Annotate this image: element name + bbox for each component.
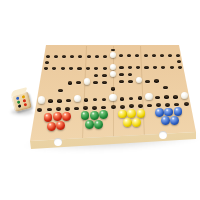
ball-red[interactable] (53, 112, 62, 121)
ball-green[interactable] (99, 110, 108, 119)
barricade-white[interactable] (181, 92, 188, 99)
board-hole (84, 98, 89, 102)
board-hole (101, 106, 106, 110)
die-pip (22, 95, 26, 99)
board-hole (77, 67, 81, 70)
board-hole (92, 106, 97, 110)
board-hole (128, 66, 132, 69)
board-hole (155, 96, 160, 100)
board-hole (164, 95, 169, 99)
board-hole (119, 66, 123, 69)
ball-yellow[interactable] (137, 109, 146, 118)
die-pip (18, 105, 22, 109)
board-hole (128, 73, 132, 76)
board-hole (129, 97, 134, 101)
board-hole (119, 54, 123, 57)
board-hole (152, 54, 156, 57)
ball-yellow[interactable] (118, 110, 127, 119)
board-hole (128, 80, 133, 83)
ball-blue[interactable] (164, 108, 173, 117)
board-hole (74, 107, 79, 111)
board-hole (111, 87, 116, 91)
barricade-white[interactable] (38, 96, 45, 103)
board-hole (165, 103, 170, 107)
barricade-white[interactable] (110, 64, 116, 70)
ball-yellow[interactable] (127, 109, 136, 118)
board-hole (127, 54, 131, 57)
board-hole (138, 96, 143, 100)
board-hole (119, 80, 124, 83)
board-hole (65, 107, 70, 111)
board-hole (119, 73, 123, 76)
board-hole (173, 95, 178, 99)
board-hole (102, 81, 107, 84)
board-hole (58, 89, 63, 93)
barricade-white[interactable] (109, 94, 116, 101)
ball-red[interactable] (62, 112, 71, 121)
ball-blue[interactable] (174, 107, 183, 116)
board-hole (154, 79, 159, 82)
board-hole (170, 66, 174, 69)
barricade-white[interactable] (84, 78, 91, 85)
board-hole (120, 97, 125, 101)
board-hole (174, 103, 179, 107)
board-hole (111, 105, 116, 109)
board-hole (120, 105, 125, 109)
board-hole (78, 55, 82, 58)
board-hole (129, 104, 134, 108)
board-hole (93, 81, 98, 84)
board-hole (48, 99, 53, 103)
die-pips (14, 94, 30, 110)
board-hole (62, 55, 66, 58)
board-hole (161, 66, 165, 69)
board-hole (111, 49, 115, 52)
board-hole (94, 67, 98, 70)
product-photo-stage (0, 0, 200, 200)
board-hole (45, 61, 49, 64)
barricade-white[interactable] (110, 71, 116, 77)
die-pip (24, 103, 28, 107)
die-pip (15, 96, 19, 100)
board-hole (136, 66, 140, 69)
ball-red[interactable] (47, 122, 56, 131)
die-pip (17, 100, 21, 104)
board-hole (144, 66, 148, 69)
board-hole (178, 66, 182, 69)
ball-green[interactable] (85, 120, 94, 129)
board-hole (57, 99, 62, 103)
ball-blue[interactable] (161, 116, 170, 125)
board-hole (138, 104, 143, 108)
board-hole (37, 108, 42, 112)
board-hole (47, 108, 52, 112)
ball-blue[interactable] (170, 116, 179, 125)
board-hole (70, 55, 74, 58)
board-hole (54, 55, 58, 58)
board-hole (61, 67, 65, 70)
board-hole (160, 54, 164, 57)
ball-green[interactable] (81, 111, 90, 120)
barricade-white[interactable] (110, 52, 116, 58)
board-hole (135, 54, 139, 57)
ball-red[interactable] (56, 121, 65, 130)
board-hole (153, 66, 157, 69)
board-hole (87, 55, 91, 58)
board-hole (83, 106, 88, 110)
board-hole (44, 67, 48, 70)
board-hole (163, 86, 168, 90)
board-hole (102, 98, 107, 102)
board-hole (76, 81, 81, 84)
board-hole (102, 74, 106, 77)
board-hole (145, 80, 150, 83)
barricade-white[interactable] (145, 93, 152, 100)
barricade-white[interactable] (74, 95, 81, 102)
board-hole (69, 67, 73, 70)
board-hole (103, 55, 107, 58)
die-pip (23, 99, 27, 103)
board-hole (156, 103, 161, 107)
board-hole (68, 81, 73, 84)
board-hole (66, 99, 71, 103)
barricade-white[interactable] (136, 77, 143, 84)
ball-green[interactable] (90, 111, 99, 120)
board-hole (86, 67, 90, 70)
board-hole (147, 104, 152, 108)
ball-red[interactable] (44, 113, 53, 122)
board-hole (144, 54, 148, 57)
board-hole (184, 102, 189, 106)
board-hole (176, 54, 180, 57)
ball-yellow[interactable] (123, 118, 132, 127)
board-hole (95, 55, 99, 58)
board-hole (177, 60, 181, 63)
ball-green[interactable] (94, 120, 103, 129)
board-hole (46, 55, 50, 58)
board-hole (93, 98, 98, 102)
ball-yellow[interactable] (132, 118, 141, 127)
board-hole (56, 107, 61, 111)
board-hole (103, 67, 107, 70)
board-hole (52, 67, 56, 70)
board-hole (168, 54, 172, 57)
board-hole (94, 74, 98, 77)
